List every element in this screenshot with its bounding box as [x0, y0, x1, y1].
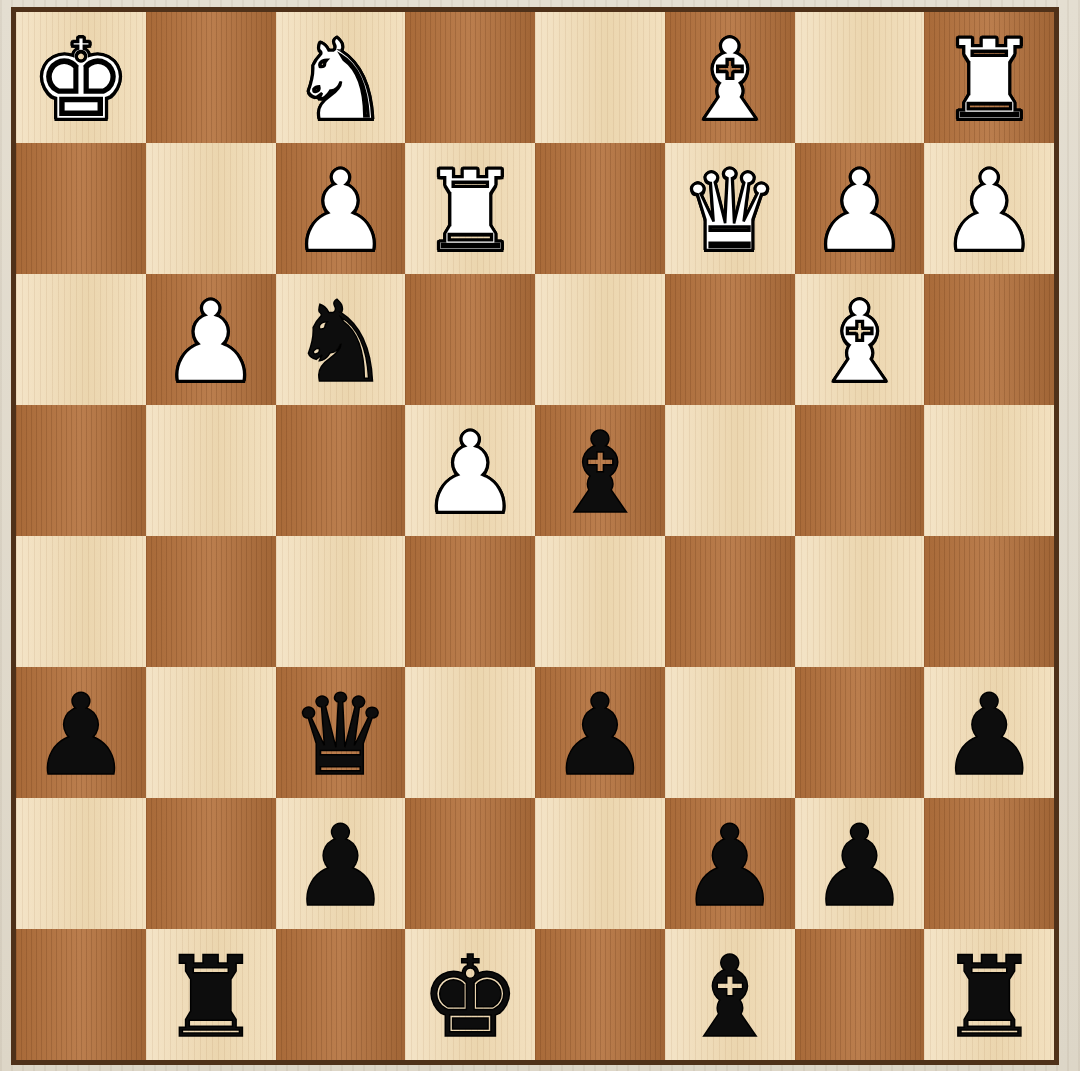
black-bishop[interactable]: ♝ [679, 941, 779, 1053]
black-pawn[interactable]: ♟ [809, 810, 909, 922]
square-h3[interactable]: ♟ [924, 667, 1054, 798]
black-rook[interactable]: ♜ [160, 941, 260, 1053]
square-a4[interactable] [16, 536, 146, 667]
square-a1[interactable] [16, 929, 146, 1060]
square-f4[interactable] [665, 536, 795, 667]
square-a3[interactable]: ♟ [16, 667, 146, 798]
square-h5[interactable] [924, 405, 1054, 536]
square-g2[interactable]: ♟ [795, 798, 925, 929]
black-pawn[interactable]: ♟ [550, 679, 650, 791]
square-d1[interactable]: ♚ [405, 929, 535, 1060]
square-e2[interactable] [535, 798, 665, 929]
square-e7[interactable] [535, 143, 665, 274]
square-c5[interactable] [276, 405, 406, 536]
square-e1[interactable] [535, 929, 665, 1060]
square-d7[interactable]: ♜ [405, 143, 535, 274]
square-b2[interactable] [146, 798, 276, 929]
square-h6[interactable] [924, 274, 1054, 405]
white-knight[interactable]: ♞ [290, 24, 390, 136]
white-pawn[interactable]: ♟ [290, 155, 390, 267]
square-f8[interactable]: ♝ [665, 12, 795, 143]
black-rook[interactable]: ♜ [939, 941, 1039, 1053]
square-b5[interactable] [146, 405, 276, 536]
square-g3[interactable] [795, 667, 925, 798]
black-pawn[interactable]: ♟ [939, 679, 1039, 791]
square-c4[interactable] [276, 536, 406, 667]
white-bishop[interactable]: ♝ [679, 24, 779, 136]
square-h1[interactable]: ♜ [924, 929, 1054, 1060]
square-c3[interactable]: ♛ [276, 667, 406, 798]
white-pawn[interactable]: ♟ [160, 286, 260, 398]
black-queen[interactable]: ♛ [290, 679, 390, 791]
square-b3[interactable] [146, 667, 276, 798]
square-f7[interactable]: ♛ [665, 143, 795, 274]
square-a8[interactable]: ♚ [16, 12, 146, 143]
square-a5[interactable] [16, 405, 146, 536]
square-b7[interactable] [146, 143, 276, 274]
board-grid: ♚♞♝♜♟♜♛♟♟♟♞♝♟♝♟♛♟♟♟♟♟♜♚♝♜ [16, 12, 1054, 1060]
square-f5[interactable] [665, 405, 795, 536]
black-pawn[interactable]: ♟ [290, 810, 390, 922]
black-pawn[interactable]: ♟ [679, 810, 779, 922]
square-e4[interactable] [535, 536, 665, 667]
square-b1[interactable]: ♜ [146, 929, 276, 1060]
square-b6[interactable]: ♟ [146, 274, 276, 405]
square-e3[interactable]: ♟ [535, 667, 665, 798]
white-pawn[interactable]: ♟ [939, 155, 1039, 267]
square-f3[interactable] [665, 667, 795, 798]
square-g5[interactable] [795, 405, 925, 536]
square-d8[interactable] [405, 12, 535, 143]
square-d5[interactable]: ♟ [405, 405, 535, 536]
square-g4[interactable] [795, 536, 925, 667]
square-g7[interactable]: ♟ [795, 143, 925, 274]
square-c6[interactable]: ♞ [276, 274, 406, 405]
square-h2[interactable] [924, 798, 1054, 929]
square-d4[interactable] [405, 536, 535, 667]
square-g1[interactable] [795, 929, 925, 1060]
white-rook[interactable]: ♜ [420, 155, 520, 267]
square-c7[interactable]: ♟ [276, 143, 406, 274]
square-d3[interactable] [405, 667, 535, 798]
square-g8[interactable] [795, 12, 925, 143]
square-a2[interactable] [16, 798, 146, 929]
page-background: { "game": "chess", "description": "Woode… [0, 0, 1080, 1071]
chess-board: ♚♞♝♜♟♜♛♟♟♟♞♝♟♝♟♛♟♟♟♟♟♜♚♝♜ [11, 7, 1059, 1065]
square-d6[interactable] [405, 274, 535, 405]
black-pawn[interactable]: ♟ [31, 679, 131, 791]
square-e5[interactable]: ♝ [535, 405, 665, 536]
square-h4[interactable] [924, 536, 1054, 667]
square-c1[interactable] [276, 929, 406, 1060]
white-pawn[interactable]: ♟ [809, 155, 909, 267]
square-e6[interactable] [535, 274, 665, 405]
square-b8[interactable] [146, 12, 276, 143]
square-h7[interactable]: ♟ [924, 143, 1054, 274]
black-knight[interactable]: ♞ [290, 286, 390, 398]
square-c2[interactable]: ♟ [276, 798, 406, 929]
square-d2[interactable] [405, 798, 535, 929]
white-pawn[interactable]: ♟ [420, 417, 520, 529]
square-c8[interactable]: ♞ [276, 12, 406, 143]
square-h8[interactable]: ♜ [924, 12, 1054, 143]
square-a7[interactable] [16, 143, 146, 274]
square-e8[interactable] [535, 12, 665, 143]
black-bishop[interactable]: ♝ [550, 417, 650, 529]
square-f6[interactable] [665, 274, 795, 405]
square-g6[interactable]: ♝ [795, 274, 925, 405]
white-bishop[interactable]: ♝ [809, 286, 909, 398]
white-king[interactable]: ♚ [31, 24, 131, 136]
white-queen[interactable]: ♛ [679, 155, 779, 267]
square-f1[interactable]: ♝ [665, 929, 795, 1060]
square-b4[interactable] [146, 536, 276, 667]
black-king[interactable]: ♚ [420, 941, 520, 1053]
white-rook[interactable]: ♜ [939, 24, 1039, 136]
square-a6[interactable] [16, 274, 146, 405]
square-f2[interactable]: ♟ [665, 798, 795, 929]
